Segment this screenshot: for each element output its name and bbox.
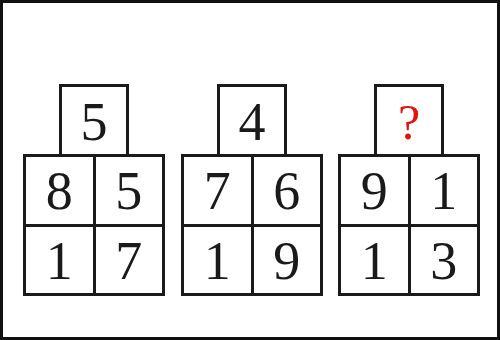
group-3-top-cell: ? bbox=[374, 84, 444, 154]
grid-cell: 7 bbox=[96, 227, 163, 294]
grid-cell: 3 bbox=[411, 227, 478, 294]
grid-cell: 1 bbox=[411, 157, 478, 224]
group-1-top-value: 5 bbox=[81, 93, 108, 149]
group-2-top-value: 4 bbox=[239, 93, 266, 149]
grid-cell: 1 bbox=[341, 227, 408, 294]
grid-cell: 9 bbox=[341, 157, 408, 224]
group-3-cell-value: 3 bbox=[430, 232, 457, 288]
group-3-top-value-unknown: ? bbox=[398, 95, 420, 147]
group-2-cell-value: 6 bbox=[273, 162, 300, 218]
group-3-cell-value: 1 bbox=[430, 162, 457, 218]
grid-cell: 5 bbox=[96, 157, 163, 224]
puzzle-group-2: 4 7 6 1 9 bbox=[181, 84, 323, 296]
grid-cell: 6 bbox=[254, 157, 321, 224]
group-2-top-cell: 4 bbox=[217, 84, 287, 154]
group-3-cell-value: 9 bbox=[361, 162, 388, 218]
group-2-cell-value: 7 bbox=[204, 162, 231, 218]
grid-cell: 1 bbox=[26, 227, 93, 294]
grid-cell: 9 bbox=[254, 227, 321, 294]
group-2-cell-value: 9 bbox=[273, 232, 300, 288]
grid-cell: 8 bbox=[26, 157, 93, 224]
group-2-grid: 7 6 1 9 bbox=[181, 154, 323, 296]
group-1-cell-value: 1 bbox=[46, 232, 73, 288]
grid-cell: 1 bbox=[184, 227, 251, 294]
puzzle-group-3: ? 9 1 1 3 bbox=[338, 84, 480, 296]
group-1-cell-value: 8 bbox=[46, 162, 73, 218]
group-1-grid: 8 5 1 7 bbox=[23, 154, 165, 296]
puzzle-group-1: 5 8 5 1 7 bbox=[23, 84, 165, 296]
puzzle-diagram: 5 8 5 1 7 4 7 6 1 9 ? 9 1 1 3 bbox=[0, 0, 500, 340]
group-1-cell-value: 5 bbox=[115, 162, 142, 218]
group-3-grid: 9 1 1 3 bbox=[338, 154, 480, 296]
group-1-top-cell: 5 bbox=[59, 84, 129, 154]
group-2-cell-value: 1 bbox=[204, 232, 231, 288]
grid-cell: 7 bbox=[184, 157, 251, 224]
group-1-cell-value: 7 bbox=[115, 232, 142, 288]
group-3-cell-value: 1 bbox=[361, 232, 388, 288]
